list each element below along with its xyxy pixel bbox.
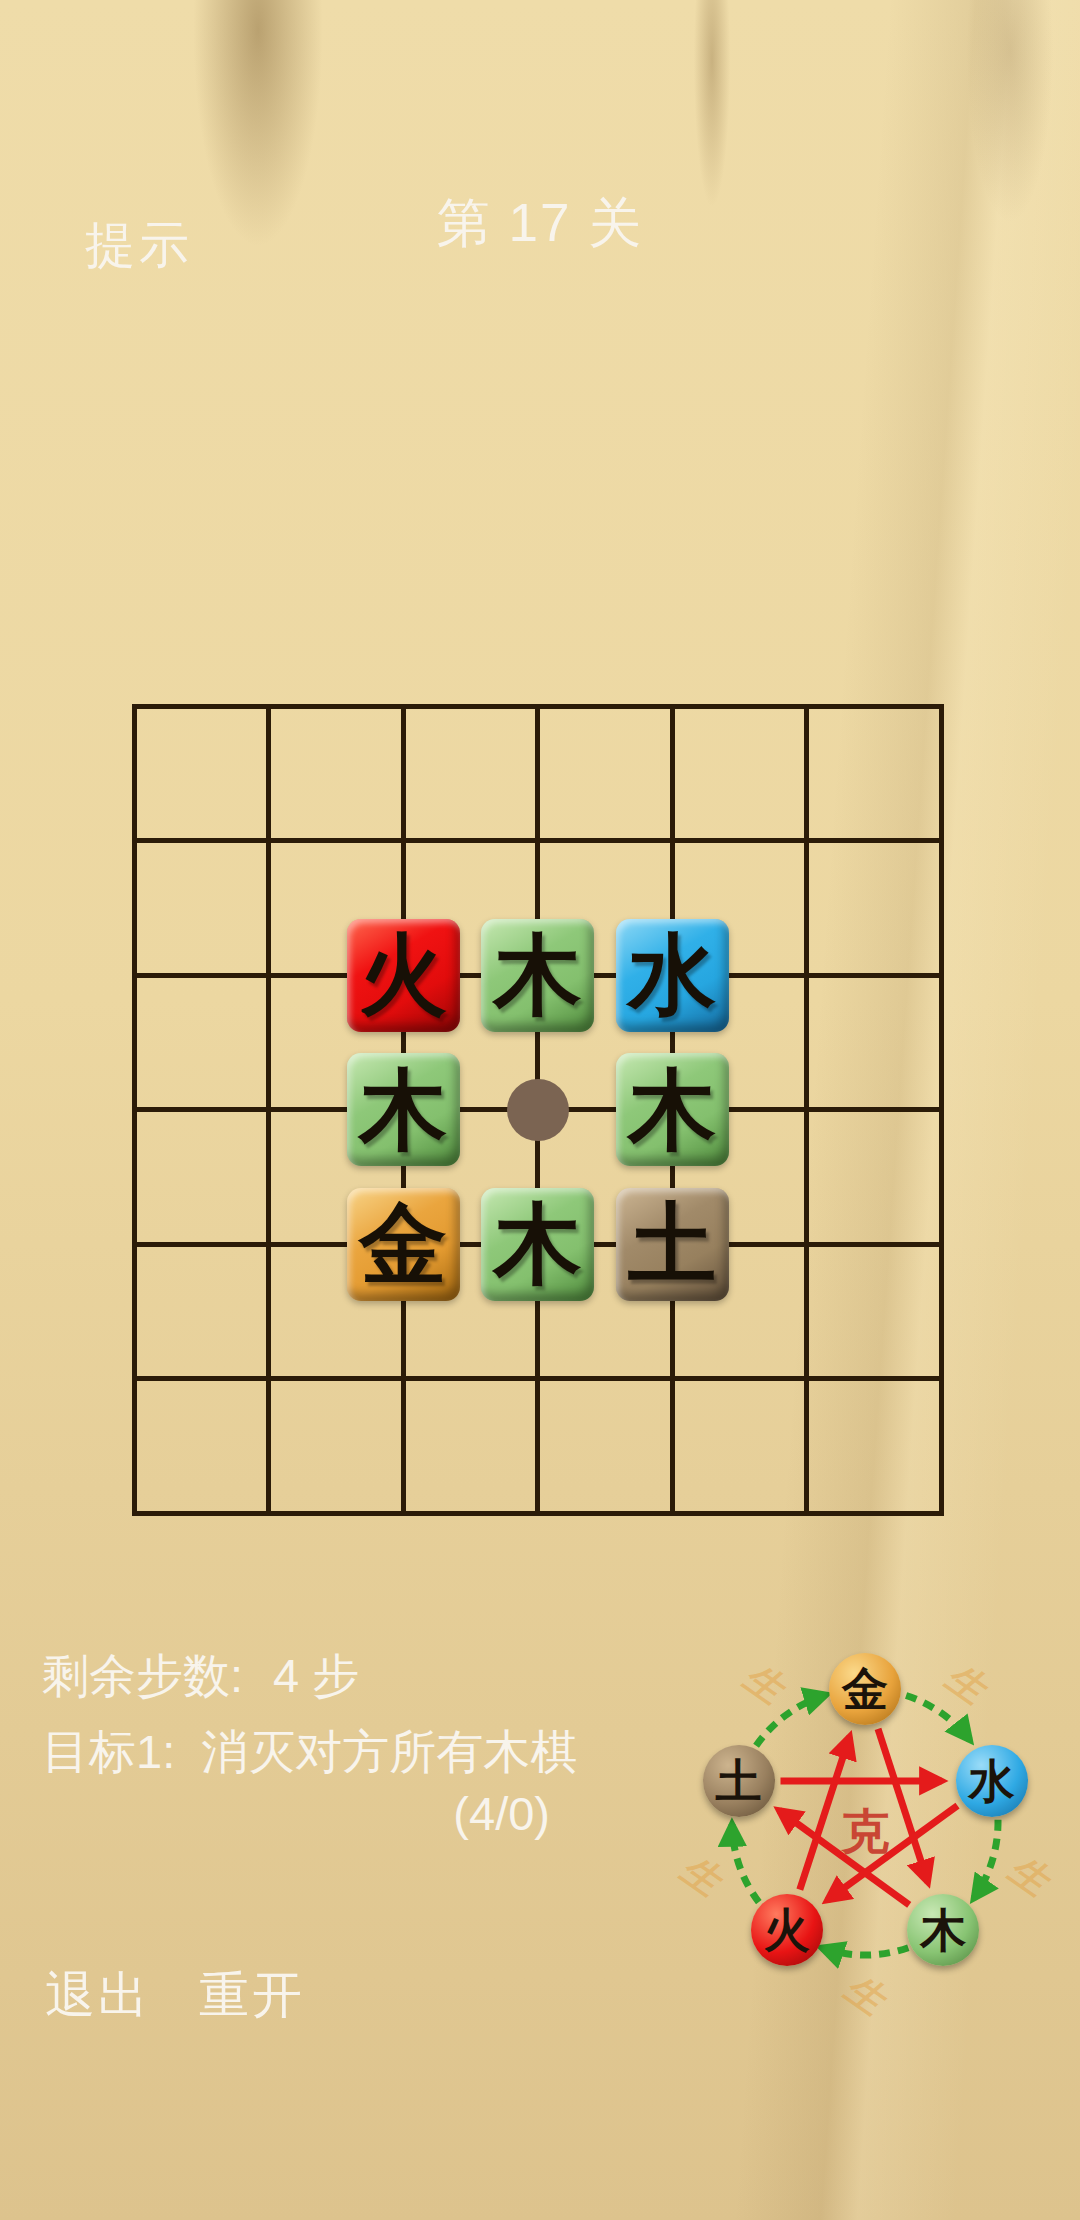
footer-buttons: 退出重开 — [45, 1962, 305, 2029]
piece-wood[interactable]: 木 — [347, 1053, 460, 1166]
moves-label: 剩余步数: — [42, 1649, 243, 1702]
goal-progress: (4/0) — [42, 1786, 550, 1841]
piece-metal[interactable]: 金 — [347, 1188, 460, 1301]
wuxing-node-fire: 火 — [751, 1894, 823, 1966]
piece-wood[interactable]: 木 — [616, 1053, 729, 1166]
piece-wood[interactable]: 木 — [481, 1188, 594, 1301]
goal-label: 目标1: — [42, 1725, 175, 1778]
game-board[interactable]: 火木水木木金木土 — [134, 706, 941, 1513]
wuxing-node-wood: 木 — [907, 1894, 979, 1966]
grid-line-horizontal — [132, 1376, 944, 1381]
piece-fire[interactable]: 火 — [347, 919, 460, 1032]
wuxing-diagram: 克 金水木火土生生生生生 — [665, 1622, 1065, 2022]
wuxing-center-label: 克 — [840, 1805, 889, 1858]
grid-line-horizontal — [132, 1511, 944, 1516]
wuxing-node-metal: 金 — [829, 1653, 901, 1725]
center-dot-marker — [507, 1079, 569, 1141]
wuxing-node-water: 水 — [956, 1745, 1028, 1817]
grid-line-vertical — [804, 704, 809, 1516]
goal-text: 消灭对方所有木棋 — [201, 1725, 577, 1778]
moves-value: 4 步 — [273, 1649, 359, 1702]
grid-line-vertical — [939, 704, 944, 1516]
exit-button[interactable]: 退出 — [45, 1962, 151, 2029]
piece-wood[interactable]: 木 — [481, 919, 594, 1032]
piece-water[interactable]: 水 — [616, 919, 729, 1032]
restart-button[interactable]: 重开 — [199, 1962, 305, 2029]
level-title: 第 17 关 — [0, 188, 1080, 260]
wuxing-node-earth: 土 — [703, 1745, 775, 1817]
piece-earth[interactable]: 土 — [616, 1188, 729, 1301]
